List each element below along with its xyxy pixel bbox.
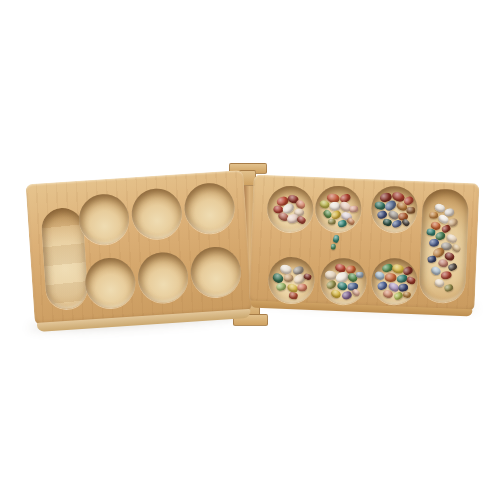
store-right[interactable] <box>419 188 469 303</box>
gem-stone[interactable] <box>450 243 461 254</box>
gem-stone[interactable] <box>440 270 452 279</box>
gem-stone[interactable] <box>384 272 396 281</box>
mancala-product-photo <box>0 0 500 500</box>
gem-stone[interactable] <box>382 217 393 226</box>
gem-stone[interactable] <box>279 263 293 275</box>
gem-stone[interactable] <box>275 282 287 292</box>
gem-stone[interactable] <box>429 238 440 247</box>
gem-stone[interactable] <box>425 228 435 237</box>
pit-top-5[interactable] <box>314 185 362 233</box>
pit-top-6[interactable] <box>370 185 418 233</box>
pit-top-3[interactable] <box>183 182 236 235</box>
gem-stone[interactable] <box>356 272 364 278</box>
board-left-half <box>26 170 253 325</box>
gem-stone[interactable] <box>406 206 415 213</box>
gem-stone[interactable] <box>283 274 293 282</box>
pit-bottom-1[interactable] <box>84 256 137 309</box>
gem-stone[interactable] <box>443 283 454 292</box>
gem-stone[interactable] <box>429 212 438 219</box>
gem-stone[interactable] <box>348 204 358 212</box>
board-left-edge <box>37 309 251 332</box>
gem-stone[interactable] <box>426 255 436 264</box>
board-right-half <box>249 175 480 312</box>
gem-stone[interactable] <box>351 288 361 298</box>
gem-stone[interactable] <box>328 219 336 225</box>
gem-stone[interactable] <box>401 218 411 228</box>
gem-stone[interactable] <box>332 234 340 243</box>
gem-stone[interactable] <box>336 218 347 227</box>
gem-stone[interactable] <box>405 275 416 285</box>
pit-bottom-6[interactable] <box>371 257 419 305</box>
pit-bottom-5[interactable] <box>320 257 368 305</box>
board-right-edge <box>250 300 472 316</box>
gem-stone[interactable] <box>330 244 335 250</box>
pit-top-4[interactable] <box>266 185 314 233</box>
pit-bottom-2[interactable] <box>136 251 189 304</box>
gem-stone[interactable] <box>346 217 356 227</box>
pit-top-2[interactable] <box>130 187 183 240</box>
pit-bottom-3[interactable] <box>189 245 242 298</box>
pit-top-1[interactable] <box>77 193 130 246</box>
pit-bottom-4[interactable] <box>268 256 316 304</box>
gem-stone[interactable] <box>297 283 307 291</box>
gem-stone[interactable] <box>402 291 411 299</box>
